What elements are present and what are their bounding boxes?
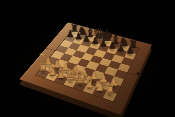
clasp-icon bbox=[136, 72, 140, 75]
white-rook-h1: ♜ bbox=[94, 62, 124, 95]
black-pawn-h7: ♟ bbox=[116, 26, 142, 55]
chess-set-photo: ♜♞♝♛♚♝♞♜♟♟♟♟♟♟♟♟♟♟♟♟♟♟♟♟♜♞♝♛♚♝♞♜ bbox=[0, 0, 175, 117]
photo-canvas: { "game": "chess", "position": "rnbqkbnr… bbox=[0, 0, 175, 117]
chess-board: ♜♞♝♛♚♝♞♜♟♟♟♟♟♟♟♟♟♟♟♟♟♟♟♟♜♞♝♛♚♝♞♜ bbox=[19, 22, 152, 115]
